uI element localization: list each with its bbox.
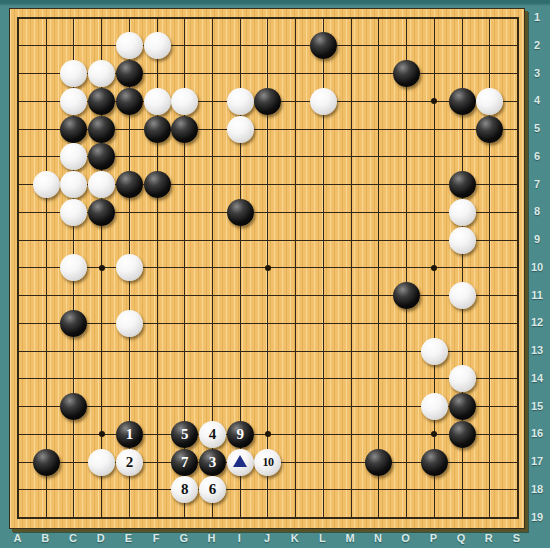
grid-line-vertical [351,18,352,518]
stone-black-D6[interactable] [88,143,115,170]
row-label-19: 19 [531,511,543,523]
row-label-13: 13 [531,344,543,356]
move-number-6: 6 [209,482,217,497]
row-label-1: 1 [534,11,540,23]
row-label-11: 11 [531,289,543,301]
stone-black-F7[interactable] [144,171,171,198]
stone-black-D8[interactable] [88,199,115,226]
grid-line-horizontal [19,295,518,296]
stone-black-H17[interactable]: 3 [199,449,226,476]
stone-black-E4[interactable] [116,88,143,115]
star-point-D16 [99,431,105,437]
col-label-P: P [430,532,437,544]
stone-black-L2[interactable] [310,32,337,59]
stone-black-G17[interactable]: 7 [171,449,198,476]
stone-black-R5[interactable] [476,116,503,143]
row-label-9: 9 [534,233,540,245]
stone-white-C7[interactable] [60,171,87,198]
move-number-2: 2 [126,455,134,470]
col-label-J: J [264,532,270,544]
stone-white-P15[interactable] [421,393,448,420]
row-label-6: 6 [534,150,540,162]
move-number-7: 7 [181,455,189,470]
star-point-D10 [99,265,105,271]
grid-line-vertical [378,18,379,518]
col-label-N: N [374,532,382,544]
stone-white-I5[interactable] [227,116,254,143]
col-label-R: R [485,532,493,544]
stone-white-J17[interactable]: 10 [254,449,281,476]
star-point-P10 [431,265,437,271]
stone-black-P17[interactable] [421,449,448,476]
stone-white-E2[interactable] [116,32,143,59]
star-point-P16 [431,431,437,437]
row-label-12: 12 [531,316,543,328]
row-label-17: 17 [531,455,543,467]
stone-black-E3[interactable] [116,60,143,87]
move-number-10: 10 [262,456,273,468]
grid-line-horizontal [19,378,518,379]
col-label-C: C [69,532,77,544]
stone-white-F2[interactable] [144,32,171,59]
stone-black-I16[interactable]: 9 [227,421,254,448]
move-number-8: 8 [181,482,189,497]
stone-white-D7[interactable] [88,171,115,198]
stone-black-F5[interactable] [144,116,171,143]
stone-white-Q8[interactable] [449,199,476,226]
col-label-K: K [291,532,299,544]
col-label-O: O [401,532,410,544]
col-label-H: H [208,532,216,544]
stone-white-E17[interactable]: 2 [116,449,143,476]
triangle-marker [233,455,247,467]
stone-black-E7[interactable] [116,171,143,198]
row-label-18: 18 [531,483,543,495]
move-number-9: 9 [237,427,245,442]
stone-white-P13[interactable] [421,338,448,365]
stone-white-C6[interactable] [60,143,87,170]
col-label-Q: Q [457,532,466,544]
grid-line-horizontal [19,489,518,490]
stone-black-G16[interactable]: 5 [171,421,198,448]
stone-black-O11[interactable] [393,282,420,309]
stone-black-Q15[interactable] [449,393,476,420]
stone-white-C8[interactable] [60,199,87,226]
stone-black-N17[interactable] [365,449,392,476]
grid-line-vertical [406,18,407,518]
stone-black-O3[interactable] [393,60,420,87]
stone-black-G5[interactable] [171,116,198,143]
stone-white-D3[interactable] [88,60,115,87]
row-label-14: 14 [531,372,543,384]
stone-white-C3[interactable] [60,60,87,87]
star-point-J10 [265,265,271,271]
stone-white-G4[interactable] [171,88,198,115]
stone-black-C15[interactable] [60,393,87,420]
grid-line-vertical [517,18,518,518]
stone-black-B17[interactable] [33,449,60,476]
stone-white-R4[interactable] [476,88,503,115]
stone-white-Q14[interactable] [449,365,476,392]
row-label-10: 10 [531,261,543,273]
stone-black-D5[interactable] [88,116,115,143]
stone-black-E16[interactable]: 1 [116,421,143,448]
stone-white-G18[interactable]: 8 [171,476,198,503]
row-label-8: 8 [534,205,540,217]
move-number-3: 3 [209,455,217,470]
stone-white-C4[interactable] [60,88,87,115]
star-point-J16 [265,431,271,437]
star-point-P4 [431,98,437,104]
stone-black-C5[interactable] [60,116,87,143]
row-label-3: 3 [534,67,540,79]
grid-line-vertical [295,18,296,518]
stone-white-Q11[interactable] [449,282,476,309]
col-label-L: L [319,532,326,544]
col-label-S: S [513,532,520,544]
stone-black-Q4[interactable] [449,88,476,115]
stone-white-E12[interactable] [116,310,143,337]
row-label-2: 2 [534,39,540,51]
stone-black-I8[interactable] [227,199,254,226]
go-board[interactable]: 15492731086 [9,8,525,529]
col-label-E: E [125,532,132,544]
stone-white-E10[interactable] [116,254,143,281]
col-label-F: F [153,532,160,544]
stone-black-D4[interactable] [88,88,115,115]
col-label-D: D [97,532,105,544]
row-label-5: 5 [534,122,540,134]
move-number-5: 5 [181,427,189,442]
stone-white-H18[interactable]: 6 [199,476,226,503]
row-label-7: 7 [534,178,540,190]
stone-white-L4[interactable] [310,88,337,115]
stone-white-Q9[interactable] [449,227,476,254]
col-label-M: M [346,532,355,544]
col-label-A: A [14,532,22,544]
stone-black-J4[interactable] [254,88,281,115]
stone-black-Q16[interactable] [449,421,476,448]
stone-white-C10[interactable] [60,254,87,281]
col-label-B: B [41,532,49,544]
row-label-15: 15 [531,400,543,412]
stone-black-C12[interactable] [60,310,87,337]
move-number-1: 1 [126,427,134,442]
col-label-G: G [180,532,189,544]
stone-white-I17[interactable] [227,449,254,476]
stone-white-D17[interactable] [88,449,115,476]
grid-line-horizontal [19,323,518,324]
grid-line-horizontal [19,517,518,518]
row-label-16: 16 [531,427,543,439]
col-label-I: I [238,532,241,544]
row-label-4: 4 [534,94,540,106]
stone-white-B7[interactable] [33,171,60,198]
stone-white-H16[interactable]: 4 [199,421,226,448]
stone-black-Q7[interactable] [449,171,476,198]
go-board-frame: 15492731086 ABCDEFGHIJKLMNOPQRS 12345678… [0,0,550,548]
stone-white-F4[interactable] [144,88,171,115]
stone-white-I4[interactable] [227,88,254,115]
move-number-4: 4 [209,427,217,442]
